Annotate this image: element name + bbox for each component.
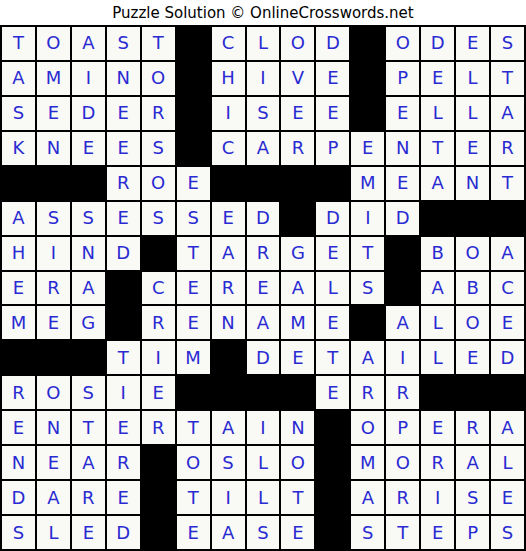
grid-cell: T [281,481,314,514]
block-cell [281,202,314,235]
block-cell [316,411,349,444]
grid-cell: I [37,237,70,270]
grid-cell: L [491,446,524,479]
grid-cell: T [491,167,524,200]
grid-cell: R [142,97,175,130]
crossword-grid: TOASTCLODODESAMINOHIVEPELTSEDERISEEELLAK… [0,25,526,551]
block-cell [421,202,454,235]
grid-cell: L [247,446,280,479]
grid-cell: N [2,446,35,479]
grid-cell: P [386,62,419,95]
grid-cell: E [491,481,524,514]
grid-cell: M [2,306,35,339]
grid-cell: A [421,272,454,305]
block-cell [491,202,524,235]
block-cell [142,481,175,514]
block-cell [212,167,245,200]
grid-cell: T [177,481,210,514]
grid-cell: L [421,341,454,374]
grid-cell: A [72,272,105,305]
block-cell [37,341,70,374]
block-cell [456,376,489,409]
grid-cell: R [351,376,384,409]
grid-cell: E [281,516,314,549]
grid-cell: K [2,132,35,165]
grid-cell: E [177,306,210,339]
grid-cell: S [142,202,175,235]
grid-cell: A [72,446,105,479]
grid-cell: B [421,237,454,270]
grid-cell: S [2,516,35,549]
grid-cell: A [2,62,35,95]
block-cell [212,376,245,409]
grid-cell: R [456,411,489,444]
grid-cell: D [247,202,280,235]
grid-cell: N [212,306,245,339]
grid-cell: S [72,376,105,409]
page-title: Puzzle Solution © OnlineCrosswords.net [112,4,413,22]
block-cell [247,376,280,409]
grid-cell: L [316,272,349,305]
grid-cell: E [72,132,105,165]
grid-cell: M [177,341,210,374]
grid-cell: N [107,62,140,95]
grid-cell: S [456,481,489,514]
grid-cell: E [421,516,454,549]
grid-cell: R [386,481,419,514]
grid-cell: S [351,516,384,549]
grid-cell: O [456,237,489,270]
grid-cell: A [212,237,245,270]
grid-cell: R [72,481,105,514]
block-cell [107,272,140,305]
grid-cell: E [281,97,314,130]
grid-cell: D [2,481,35,514]
grid-cell: E [107,132,140,165]
grid-cell: E [351,132,384,165]
block-cell [212,341,245,374]
grid-cell: R [491,132,524,165]
grid-cell: E [177,516,210,549]
grid-cell: D [316,202,349,235]
block-cell [421,376,454,409]
grid-cell: D [316,27,349,60]
grid-cell: L [421,97,454,130]
grid-cell: T [491,62,524,95]
grid-cell: A [491,97,524,130]
grid-cell: P [456,516,489,549]
grid-cell: E [386,97,419,130]
grid-cell: O [142,167,175,200]
grid-cell: A [247,306,280,339]
grid-cell: C [212,132,245,165]
grid-cell: I [72,62,105,95]
grid-cell: S [212,446,245,479]
block-cell [72,341,105,374]
grid-cell: S [2,97,35,130]
grid-cell: M [351,446,384,479]
grid-cell: O [177,446,210,479]
grid-cell: N [386,132,419,165]
block-cell [2,167,35,200]
grid-cell: R [281,132,314,165]
grid-cell: A [456,446,489,479]
block-cell [351,306,384,339]
grid-cell: E [72,516,105,549]
grid-cell: T [177,237,210,270]
grid-cell: N [37,132,70,165]
grid-cell: E [107,411,140,444]
block-cell [142,237,175,270]
grid-cell: I [351,202,384,235]
block-cell [316,516,349,549]
grid-cell: A [212,411,245,444]
grid-cell: I [421,481,454,514]
grid-cell: O [351,411,384,444]
grid-cell: P [386,411,419,444]
grid-cell: E [491,306,524,339]
grid-cell: O [37,27,70,60]
grid-cell: E [37,306,70,339]
grid-cell: M [351,167,384,200]
grid-cell: N [72,237,105,270]
grid-cell: S [351,272,384,305]
grid-cell: T [107,341,140,374]
grid-cell: I [212,481,245,514]
grid-cell: S [247,516,280,549]
grid-cell: I [247,411,280,444]
grid-cell: R [142,411,175,444]
grid-cell: O [386,446,419,479]
grid-cell: E [37,446,70,479]
grid-cell: I [142,341,175,374]
grid-cell: E [107,202,140,235]
grid-cell: A [386,306,419,339]
grid-cell: T [142,27,175,60]
grid-cell: D [421,27,454,60]
grid-cell: L [456,62,489,95]
grid-cell: E [107,481,140,514]
block-cell [316,167,349,200]
grid-cell: A [72,27,105,60]
grid-cell: A [37,481,70,514]
grid-cell: T [316,341,349,374]
block-cell [72,167,105,200]
grid-cell: E [107,97,140,130]
grid-cell: E [456,341,489,374]
grid-cell: E [37,97,70,130]
grid-cell: E [316,97,349,130]
grid-cell: T [2,27,35,60]
grid-cell: E [142,376,175,409]
grid-cell: S [37,202,70,235]
grid-cell: S [491,27,524,60]
grid-cell: G [72,306,105,339]
block-cell [281,167,314,200]
grid-cell: D [107,516,140,549]
grid-cell: T [177,411,210,444]
grid-cell: A [491,237,524,270]
grid-cell: D [107,237,140,270]
grid-cell: O [281,27,314,60]
grid-cell: O [456,306,489,339]
grid-cell: O [37,376,70,409]
grid-cell: A [281,272,314,305]
grid-cell: H [2,237,35,270]
grid-cell: E [316,306,349,339]
grid-cell: E [386,167,419,200]
grid-cell: M [37,62,70,95]
grid-cell: E [421,411,454,444]
grid-cell: E [2,411,35,444]
grid-cell: A [247,132,280,165]
block-cell [351,97,384,130]
block-cell [386,272,419,305]
grid-cell: P [316,132,349,165]
grid-cell: T [72,411,105,444]
block-cell [177,97,210,130]
grid-cell: E [421,62,454,95]
grid-cell: S [72,202,105,235]
grid-cell: E [177,167,210,200]
grid-cell: D [72,97,105,130]
grid-cell: E [316,62,349,95]
grid-cell: E [316,237,349,270]
grid-cell: E [177,272,210,305]
grid-cell: R [37,272,70,305]
grid-cell: S [107,27,140,60]
grid-cell: R [107,446,140,479]
grid-cell: E [247,272,280,305]
block-cell [281,376,314,409]
grid-cell: O [142,62,175,95]
grid-cell: N [281,411,314,444]
grid-cell: N [456,167,489,200]
block-cell [142,516,175,549]
grid-cell: R [107,167,140,200]
grid-cell: R [142,306,175,339]
grid-cell: S [142,132,175,165]
grid-cell: B [456,272,489,305]
block-cell [316,481,349,514]
block-cell [386,237,419,270]
grid-cell: D [491,341,524,374]
block-cell [316,446,349,479]
grid-cell: O [281,446,314,479]
title-bar: Puzzle Solution © OnlineCrosswords.net [0,0,526,25]
block-cell [351,62,384,95]
block-cell [177,62,210,95]
grid-cell: C [212,27,245,60]
grid-cell: L [247,481,280,514]
grid-cell: S [247,97,280,130]
grid-cell: L [456,97,489,130]
grid-cell: A [212,516,245,549]
block-cell [351,27,384,60]
block-cell [142,446,175,479]
grid-cell: T [421,132,454,165]
grid-cell: T [386,516,419,549]
grid-cell: A [351,341,384,374]
grid-cell: G [281,237,314,270]
grid-cell: I [386,341,419,374]
grid-cell: D [386,202,419,235]
grid-cell: V [281,62,314,95]
grid-cell: I [212,97,245,130]
grid-cell: C [491,272,524,305]
block-cell [491,376,524,409]
grid-cell: E [212,202,245,235]
block-cell [177,376,210,409]
grid-cell: M [281,306,314,339]
grid-cell: R [386,376,419,409]
grid-cell: H [212,62,245,95]
block-cell [177,27,210,60]
grid-cell: A [421,167,454,200]
grid-cell: E [456,27,489,60]
grid-cell: S [491,516,524,549]
grid-cell: E [281,341,314,374]
grid-cell: I [107,376,140,409]
block-cell [2,341,35,374]
grid-cell: A [491,411,524,444]
grid-cell: T [351,237,384,270]
grid-cell: C [142,272,175,305]
grid-cell: R [421,446,454,479]
grid-cell: R [247,237,280,270]
grid-cell: L [247,27,280,60]
grid-cell: E [316,376,349,409]
block-cell [177,132,210,165]
grid-cell: D [247,341,280,374]
grid-cell: N [37,411,70,444]
block-cell [456,202,489,235]
block-cell [37,167,70,200]
grid-cell: S [177,202,210,235]
block-cell [107,306,140,339]
grid-cell: O [386,27,419,60]
grid-cell: R [212,272,245,305]
block-cell [247,167,280,200]
grid-cell: R [2,376,35,409]
page: Puzzle Solution © OnlineCrosswords.net T… [0,0,526,551]
grid-cell: E [2,272,35,305]
grid-cell: L [37,516,70,549]
grid-cell: L [421,306,454,339]
grid-cell: A [351,481,384,514]
grid-cell: A [2,202,35,235]
grid-cell: E [456,132,489,165]
grid-cell: I [247,62,280,95]
